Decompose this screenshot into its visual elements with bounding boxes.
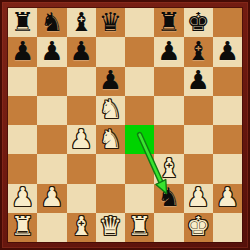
piece-white-rook[interactable]: ♜ xyxy=(128,213,151,239)
piece-white-pawn[interactable]: ♟ xyxy=(186,184,209,210)
piece-white-pawn[interactable]: ♟ xyxy=(216,184,239,210)
piece-black-knight[interactable]: ♞ xyxy=(40,9,63,35)
square-d7[interactable] xyxy=(96,37,125,66)
piece-black-pawn[interactable]: ♟ xyxy=(40,38,63,64)
square-c6[interactable] xyxy=(67,67,96,96)
board-frame: ♜♞♝♛♜♚♟♟♟♟♝♟♟♟♞♟♞♝♟♟♞♟♟♜♝♛♜♚ xyxy=(0,0,250,250)
piece-black-pawn[interactable]: ♟ xyxy=(157,38,180,64)
square-f4[interactable] xyxy=(154,125,183,154)
piece-white-knight[interactable]: ♞ xyxy=(99,126,122,152)
square-e3[interactable] xyxy=(125,154,154,183)
square-f6[interactable] xyxy=(154,67,183,96)
square-c8[interactable]: ♝ xyxy=(67,8,96,37)
square-h4[interactable] xyxy=(213,125,242,154)
piece-white-bishop[interactable]: ♝ xyxy=(157,155,180,181)
square-f3[interactable]: ♝ xyxy=(154,154,183,183)
square-h7[interactable]: ♟ xyxy=(213,37,242,66)
piece-black-rook[interactable]: ♜ xyxy=(157,9,180,35)
square-c3[interactable] xyxy=(67,154,96,183)
square-g5[interactable] xyxy=(184,96,213,125)
square-f2[interactable]: ♞ xyxy=(154,184,183,213)
square-h6[interactable] xyxy=(213,67,242,96)
square-b1[interactable] xyxy=(37,213,66,242)
square-c4[interactable]: ♟ xyxy=(67,125,96,154)
square-b2[interactable]: ♟ xyxy=(37,184,66,213)
piece-white-king[interactable]: ♚ xyxy=(186,213,209,239)
piece-white-rook[interactable]: ♜ xyxy=(11,213,34,239)
square-d2[interactable] xyxy=(96,184,125,213)
square-a1[interactable]: ♜ xyxy=(8,213,37,242)
piece-white-queen[interactable]: ♛ xyxy=(99,213,122,239)
square-g2[interactable]: ♟ xyxy=(184,184,213,213)
piece-black-bishop[interactable]: ♝ xyxy=(186,38,209,64)
square-a8[interactable]: ♜ xyxy=(8,8,37,37)
square-e1[interactable]: ♜ xyxy=(125,213,154,242)
square-b7[interactable]: ♟ xyxy=(37,37,66,66)
square-e6[interactable] xyxy=(125,67,154,96)
square-h3[interactable] xyxy=(213,154,242,183)
piece-black-pawn[interactable]: ♟ xyxy=(186,67,209,93)
square-c2[interactable] xyxy=(67,184,96,213)
square-a4[interactable] xyxy=(8,125,37,154)
square-c7[interactable]: ♟ xyxy=(67,37,96,66)
square-g4[interactable] xyxy=(184,125,213,154)
square-a3[interactable] xyxy=(8,154,37,183)
square-a5[interactable] xyxy=(8,96,37,125)
piece-black-pawn[interactable]: ♟ xyxy=(11,38,34,64)
square-g7[interactable]: ♝ xyxy=(184,37,213,66)
square-f5[interactable] xyxy=(154,96,183,125)
square-d1[interactable]: ♛ xyxy=(96,213,125,242)
square-d8[interactable]: ♛ xyxy=(96,8,125,37)
square-g1[interactable]: ♚ xyxy=(184,213,213,242)
piece-black-rook[interactable]: ♜ xyxy=(11,9,34,35)
piece-white-pawn[interactable]: ♟ xyxy=(40,184,63,210)
square-e2[interactable] xyxy=(125,184,154,213)
piece-white-bishop[interactable]: ♝ xyxy=(69,213,92,239)
square-h5[interactable] xyxy=(213,96,242,125)
piece-white-pawn[interactable]: ♟ xyxy=(69,126,92,152)
square-b5[interactable] xyxy=(37,96,66,125)
square-g3[interactable] xyxy=(184,154,213,183)
chess-board: ♜♞♝♛♜♚♟♟♟♟♝♟♟♟♞♟♞♝♟♟♞♟♟♜♝♛♜♚ xyxy=(8,8,242,242)
square-b4[interactable] xyxy=(37,125,66,154)
square-h2[interactable]: ♟ xyxy=(213,184,242,213)
piece-black-knight[interactable]: ♞ xyxy=(157,184,180,210)
piece-black-bishop[interactable]: ♝ xyxy=(69,9,92,35)
square-b8[interactable]: ♞ xyxy=(37,8,66,37)
square-h1[interactable] xyxy=(213,213,242,242)
square-g8[interactable]: ♚ xyxy=(184,8,213,37)
square-h8[interactable] xyxy=(213,8,242,37)
square-d3[interactable] xyxy=(96,154,125,183)
piece-black-pawn[interactable]: ♟ xyxy=(69,38,92,64)
square-b6[interactable] xyxy=(37,67,66,96)
square-d4[interactable]: ♞ xyxy=(96,125,125,154)
square-a6[interactable] xyxy=(8,67,37,96)
piece-black-king[interactable]: ♚ xyxy=(186,9,209,35)
square-c5[interactable] xyxy=(67,96,96,125)
square-a2[interactable]: ♟ xyxy=(8,184,37,213)
piece-black-queen[interactable]: ♛ xyxy=(99,9,122,35)
piece-black-pawn[interactable]: ♟ xyxy=(216,38,239,64)
square-e7[interactable] xyxy=(125,37,154,66)
piece-white-pawn[interactable]: ♟ xyxy=(11,184,34,210)
piece-black-pawn[interactable]: ♟ xyxy=(99,67,122,93)
square-b3[interactable] xyxy=(37,154,66,183)
square-a7[interactable]: ♟ xyxy=(8,37,37,66)
piece-white-knight[interactable]: ♞ xyxy=(99,96,122,122)
square-e8[interactable] xyxy=(125,8,154,37)
square-e4[interactable] xyxy=(125,125,154,154)
square-e5[interactable] xyxy=(125,96,154,125)
square-c1[interactable]: ♝ xyxy=(67,213,96,242)
square-f7[interactable]: ♟ xyxy=(154,37,183,66)
square-f8[interactable]: ♜ xyxy=(154,8,183,37)
square-d5[interactable]: ♞ xyxy=(96,96,125,125)
square-f1[interactable] xyxy=(154,213,183,242)
square-d6[interactable]: ♟ xyxy=(96,67,125,96)
square-g6[interactable]: ♟ xyxy=(184,67,213,96)
